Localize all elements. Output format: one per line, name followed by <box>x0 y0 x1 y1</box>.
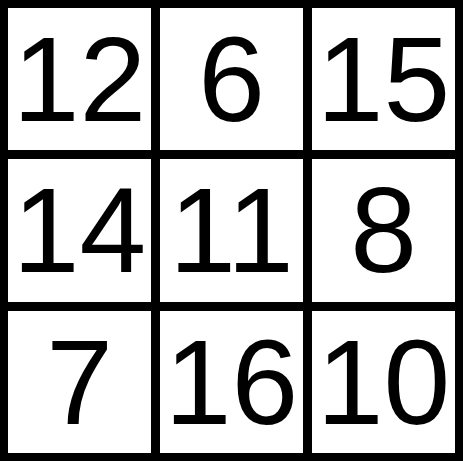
cell-r1c1: 12 <box>8 8 151 150</box>
cell-r1c2: 6 <box>160 8 303 150</box>
cell-r1c3: 15 <box>312 8 455 150</box>
magic-square-diagram: 12 6 15 14 11 8 7 16 10 <box>0 0 463 461</box>
cell-r3c2: 16 <box>160 311 303 453</box>
cell-r2c3: 8 <box>312 159 455 301</box>
cell-r2c1: 14 <box>8 159 151 301</box>
magic-square-board: 12 6 15 14 11 8 7 16 10 <box>0 0 463 461</box>
cell-r3c3: 10 <box>312 311 455 453</box>
cell-r3c1: 7 <box>8 311 151 453</box>
cell-r2c2: 11 <box>160 159 303 301</box>
